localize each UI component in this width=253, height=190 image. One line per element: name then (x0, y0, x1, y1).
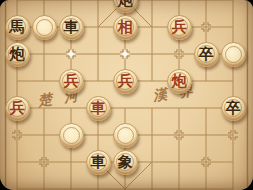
piece-black-卒[interactable]: 卒 (194, 42, 219, 67)
piece-character: 兵 (64, 73, 79, 88)
piece-character: 車 (64, 19, 79, 34)
piece-hidden-facedown[interactable] (59, 123, 84, 148)
piece-character: 象 (118, 154, 133, 169)
piece-black-馬[interactable]: 馬 (5, 15, 30, 40)
piece-character: 相 (118, 19, 133, 34)
piece-black-卒[interactable]: 卒 (221, 96, 246, 121)
piece-red-兵[interactable]: 兵 (113, 69, 138, 94)
piece-character: 炮 (10, 46, 25, 61)
piece-character: 車 (91, 100, 106, 115)
piece-black-車[interactable]: 車 (59, 15, 84, 40)
piece-character: 炮 (172, 73, 187, 88)
piece-character: 兵 (10, 100, 25, 115)
piece-hidden-facedown[interactable] (32, 15, 57, 40)
video-frame: 楚河 漢界 炮馬車相兵炮卒兵兵炮兵車卒車象 (0, 0, 253, 190)
xiangqi-board[interactable]: 楚河 漢界 炮馬車相兵炮卒兵兵炮兵車卒車象 (0, 0, 253, 190)
piece-red-車[interactable]: 車 (86, 96, 111, 121)
piece-character: 兵 (172, 19, 187, 34)
piece-character: 卒 (199, 46, 214, 61)
piece-hidden-facedown[interactable] (113, 123, 138, 148)
piece-red-兵[interactable]: 兵 (5, 96, 30, 121)
piece-character: 馬 (10, 19, 25, 34)
piece-character: 兵 (118, 73, 133, 88)
piece-red-兵[interactable]: 兵 (59, 69, 84, 94)
piece-red-炮[interactable]: 炮 (167, 69, 192, 94)
piece-character: 卒 (226, 100, 241, 115)
piece-black-象[interactable]: 象 (113, 150, 138, 175)
piece-hidden-facedown[interactable] (221, 42, 246, 67)
piece-red-兵[interactable]: 兵 (167, 15, 192, 40)
piece-black-炮[interactable]: 炮 (5, 42, 30, 67)
piece-character: 車 (91, 154, 106, 169)
piece-character: 炮 (118, 0, 133, 7)
piece-black-車[interactable]: 車 (86, 150, 111, 175)
piece-red-相[interactable]: 相 (113, 15, 138, 40)
